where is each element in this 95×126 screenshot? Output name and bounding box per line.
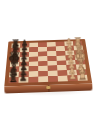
square: ♟: [18, 77, 28, 83]
board-frame: ♜♟♟♜♞♟♟♞♝♟♟♝♛♟♟♛♚♟♟♚♝♟♟♝♞♟♟♞♜♟♟♜: [4, 39, 92, 87]
square: [58, 76, 68, 82]
square: [38, 76, 48, 82]
product-photo: Product photo of a folding wooden tourna…: [0, 0, 95, 126]
square: [28, 77, 38, 83]
square: ♜: [77, 75, 88, 81]
square: [57, 70, 67, 76]
piece-white-pawn: ♟: [69, 72, 77, 81]
piece-black-pawn: ♟: [19, 74, 27, 83]
brass-clasp-icon: [46, 86, 50, 89]
chess-board: ♜♟♟♜♞♟♟♞♝♟♟♝♛♟♟♛♚♟♟♚♝♟♟♝♞♟♟♞♜♟♟♜: [4, 39, 92, 87]
piece-black-rook: ♜: [8, 72, 18, 83]
square: ♟: [67, 75, 77, 81]
square: [48, 76, 58, 82]
square: ♜: [9, 77, 19, 83]
chess-set: ♜♟♟♜♞♟♟♞♝♟♟♝♛♟♟♛♚♟♟♚♝♟♟♝♞♟♟♞♜♟♟♜: [1, 3, 92, 94]
square: [48, 71, 58, 77]
piece-white-rook: ♜: [78, 70, 88, 81]
board-grid: ♜♟♟♜♞♟♟♞♝♟♟♝♛♟♟♛♚♟♟♚♝♟♟♝♞♟♟♞♜♟♟♜: [9, 41, 88, 83]
